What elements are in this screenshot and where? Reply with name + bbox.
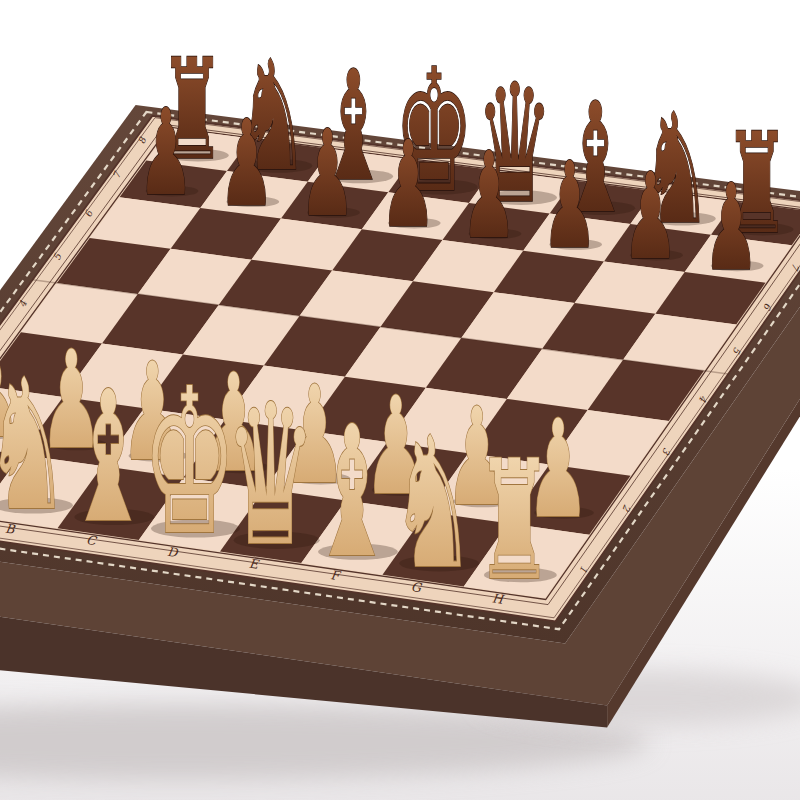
piece-dark-pawn-e7: ♟ bbox=[461, 125, 517, 265]
piece-dark-pawn-d7: ♟ bbox=[380, 115, 436, 255]
piece-dark-pawn-a7: ♟ bbox=[138, 83, 194, 223]
piece-dark-pawn-h7: ♟ bbox=[703, 157, 759, 297]
piece-light-rook-h1: ♜ bbox=[475, 425, 553, 616]
piece-dark-pawn-c7: ♟ bbox=[299, 104, 355, 244]
piece-dark-pawn-g7: ♟ bbox=[622, 147, 678, 287]
piece-light-bishop-f1: ♝ bbox=[309, 387, 394, 597]
piece-dark-pawn-f7: ♟ bbox=[541, 136, 597, 276]
piece-light-knight-g1: ♞ bbox=[391, 399, 476, 609]
piece-light-queen-e1: ♛ bbox=[225, 363, 317, 590]
chess-board-photo: A88B77C66D55E44F33G22H11♜♞♝♚♛♝♞♜♟♟♟♟♟♟♟♟… bbox=[0, 0, 800, 800]
piece-light-bishop-c1: ♝ bbox=[66, 352, 151, 562]
piece-light-knight-b1: ♞ bbox=[0, 341, 70, 551]
product-photo: A88B77C66D55E44F33G22H11♜♞♝♚♛♝♞♜♟♟♟♟♟♟♟♟… bbox=[0, 0, 800, 800]
piece-light-king-d1: ♚ bbox=[142, 345, 237, 579]
piece-dark-pawn-b7: ♟ bbox=[219, 93, 275, 233]
